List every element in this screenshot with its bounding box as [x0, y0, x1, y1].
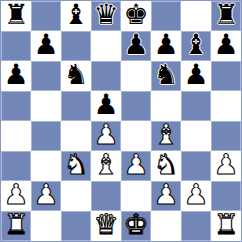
square-b4[interactable]: [31, 121, 61, 151]
square-e6[interactable]: [121, 61, 151, 91]
chess-board: ♜♝♛♚♜♟♟♟♝♟♟♞♞♟♟♟♝♞♝♟♞♟♟♟♟♟♜♛♚♜: [0, 0, 242, 242]
square-f4[interactable]: ♝: [151, 121, 181, 151]
square-h3[interactable]: ♟: [211, 151, 241, 181]
square-f5[interactable]: [151, 91, 181, 121]
piece-black-knight: ♞: [153, 61, 178, 90]
piece-white-pawn: ♟: [213, 151, 238, 180]
square-e5[interactable]: [121, 91, 151, 121]
square-c4[interactable]: [61, 121, 91, 151]
piece-white-queen: ♛: [93, 211, 118, 240]
square-a4[interactable]: [1, 121, 31, 151]
piece-white-pawn: ♟: [93, 121, 118, 150]
square-f2[interactable]: ♟: [151, 181, 181, 211]
square-a1[interactable]: ♜: [1, 211, 31, 241]
piece-black-knight: ♞: [63, 61, 88, 90]
square-b3[interactable]: [31, 151, 61, 181]
square-d4[interactable]: ♟: [91, 121, 121, 151]
square-c1[interactable]: [61, 211, 91, 241]
square-f1[interactable]: [151, 211, 181, 241]
piece-black-bishop: ♝: [63, 1, 88, 30]
square-c2[interactable]: [61, 181, 91, 211]
square-f8[interactable]: [151, 1, 181, 31]
square-f3[interactable]: ♞: [151, 151, 181, 181]
square-a5[interactable]: [1, 91, 31, 121]
square-e1[interactable]: ♚: [121, 211, 151, 241]
piece-black-bishop: ♝: [183, 31, 208, 60]
piece-white-pawn: ♟: [123, 151, 148, 180]
square-b6[interactable]: [31, 61, 61, 91]
square-g6[interactable]: ♟: [181, 61, 211, 91]
piece-white-pawn: ♟: [3, 181, 28, 210]
square-g7[interactable]: ♝: [181, 31, 211, 61]
square-b8[interactable]: [31, 1, 61, 31]
square-b1[interactable]: [31, 211, 61, 241]
square-g4[interactable]: [181, 121, 211, 151]
piece-black-pawn: ♟: [153, 31, 178, 60]
square-h5[interactable]: [211, 91, 241, 121]
piece-white-king: ♚: [123, 211, 148, 240]
piece-black-pawn: ♟: [93, 91, 118, 120]
square-f6[interactable]: ♞: [151, 61, 181, 91]
square-h6[interactable]: [211, 61, 241, 91]
square-c7[interactable]: [61, 31, 91, 61]
piece-black-pawn: ♟: [3, 61, 28, 90]
square-a6[interactable]: ♟: [1, 61, 31, 91]
square-d2[interactable]: [91, 181, 121, 211]
square-g2[interactable]: ♟: [181, 181, 211, 211]
square-b7[interactable]: ♟: [31, 31, 61, 61]
piece-black-king: ♚: [123, 1, 148, 30]
piece-black-queen: ♛: [93, 1, 118, 30]
square-h1[interactable]: ♜: [211, 211, 241, 241]
square-c5[interactable]: [61, 91, 91, 121]
square-g1[interactable]: [181, 211, 211, 241]
piece-white-knight: ♞: [153, 151, 178, 180]
piece-black-rook: ♜: [3, 1, 28, 30]
square-h2[interactable]: [211, 181, 241, 211]
square-a3[interactable]: [1, 151, 31, 181]
square-c6[interactable]: ♞: [61, 61, 91, 91]
square-e4[interactable]: [121, 121, 151, 151]
square-f7[interactable]: ♟: [151, 31, 181, 61]
square-e7[interactable]: ♟: [121, 31, 151, 61]
piece-black-pawn: ♟: [183, 61, 208, 90]
piece-black-pawn: ♟: [33, 31, 58, 60]
square-g8[interactable]: [181, 1, 211, 31]
square-c3[interactable]: ♞: [61, 151, 91, 181]
square-e2[interactable]: [121, 181, 151, 211]
square-a2[interactable]: ♟: [1, 181, 31, 211]
square-d5[interactable]: ♟: [91, 91, 121, 121]
square-d6[interactable]: [91, 61, 121, 91]
piece-white-rook: ♜: [213, 211, 238, 240]
square-e3[interactable]: ♟: [121, 151, 151, 181]
piece-black-pawn: ♟: [123, 31, 148, 60]
square-d3[interactable]: ♝: [91, 151, 121, 181]
piece-white-pawn: ♟: [153, 181, 178, 210]
square-e8[interactable]: ♚: [121, 1, 151, 31]
square-d7[interactable]: [91, 31, 121, 61]
piece-white-pawn: ♟: [183, 181, 208, 210]
square-h4[interactable]: [211, 121, 241, 151]
piece-white-bishop: ♝: [153, 121, 178, 150]
square-b2[interactable]: ♟: [31, 181, 61, 211]
square-h8[interactable]: ♜: [211, 1, 241, 31]
square-g3[interactable]: [181, 151, 211, 181]
square-h7[interactable]: ♟: [211, 31, 241, 61]
piece-white-bishop: ♝: [93, 151, 118, 180]
piece-white-knight: ♞: [63, 151, 88, 180]
piece-black-rook: ♜: [213, 1, 238, 30]
square-c8[interactable]: ♝: [61, 1, 91, 31]
piece-white-pawn: ♟: [33, 181, 58, 210]
square-a8[interactable]: ♜: [1, 1, 31, 31]
square-g5[interactable]: [181, 91, 211, 121]
square-d1[interactable]: ♛: [91, 211, 121, 241]
piece-black-pawn: ♟: [213, 31, 238, 60]
square-b5[interactable]: [31, 91, 61, 121]
square-a7[interactable]: [1, 31, 31, 61]
piece-white-rook: ♜: [3, 211, 28, 240]
square-d8[interactable]: ♛: [91, 1, 121, 31]
